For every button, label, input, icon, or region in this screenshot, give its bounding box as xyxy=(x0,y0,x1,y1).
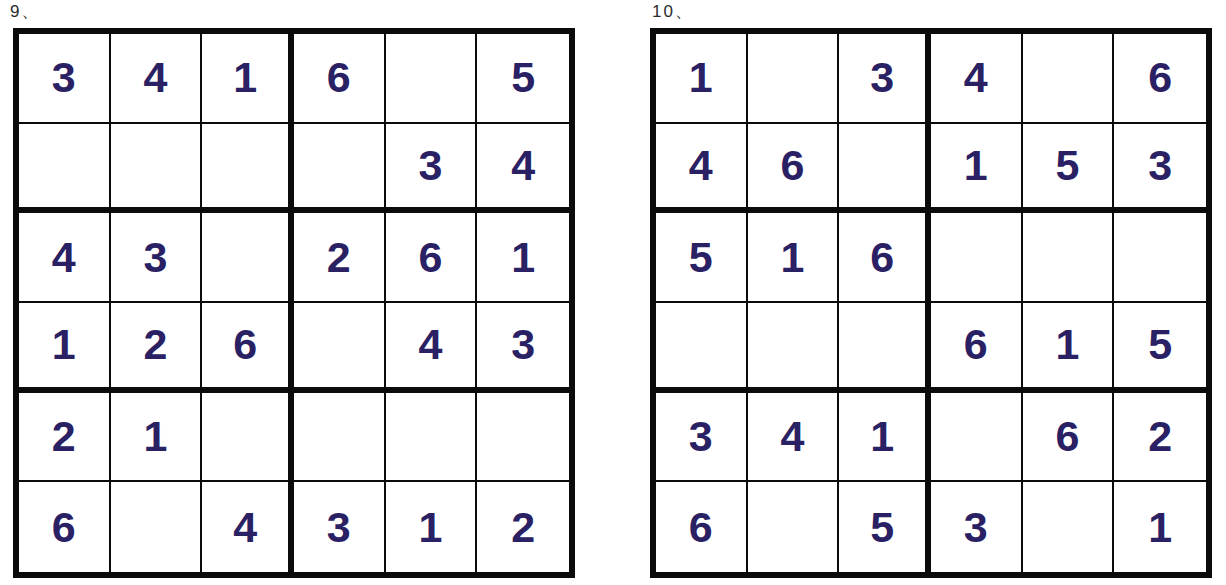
cell-r6c2[interactable] xyxy=(111,482,203,572)
cell-r3c3[interactable] xyxy=(202,213,294,303)
cell-r1c5[interactable] xyxy=(1023,34,1115,124)
cell-r1c3[interactable]: 3 xyxy=(839,34,931,124)
puzzle-10: 10、 134646153516615341626531 xyxy=(650,0,1212,578)
cell-r1c6[interactable]: 5 xyxy=(477,34,569,124)
cell-r5c3[interactable] xyxy=(202,393,294,483)
cell-r6c1[interactable]: 6 xyxy=(19,482,111,572)
cell-r2c2[interactable] xyxy=(111,124,203,214)
cell-r5c2[interactable]: 1 xyxy=(111,393,203,483)
cell-r1c5[interactable] xyxy=(386,34,478,124)
cell-r2c2[interactable]: 6 xyxy=(748,124,840,214)
cell-r5c1[interactable]: 2 xyxy=(19,393,111,483)
cell-r4c4[interactable]: 6 xyxy=(931,303,1023,393)
cell-r3c3[interactable]: 6 xyxy=(839,213,931,303)
puzzle-9: 9、 341653443261126432164312 xyxy=(8,0,575,578)
cell-r5c3[interactable]: 1 xyxy=(839,393,931,483)
cell-r2c1[interactable]: 4 xyxy=(656,124,748,214)
cell-r1c2[interactable]: 4 xyxy=(111,34,203,124)
cell-r4c4[interactable] xyxy=(294,303,386,393)
cell-r2c5[interactable]: 5 xyxy=(1023,124,1115,214)
cell-r4c6[interactable]: 3 xyxy=(477,303,569,393)
cell-r4c6[interactable]: 5 xyxy=(1114,303,1206,393)
cell-r1c4[interactable]: 6 xyxy=(294,34,386,124)
cell-r3c6[interactable]: 1 xyxy=(477,213,569,303)
cell-r5c5[interactable] xyxy=(386,393,478,483)
cell-r6c2[interactable] xyxy=(748,482,840,572)
cell-r5c6[interactable] xyxy=(477,393,569,483)
cell-r4c5[interactable]: 4 xyxy=(386,303,478,393)
cell-r3c1[interactable]: 4 xyxy=(19,213,111,303)
cell-r4c2[interactable] xyxy=(748,303,840,393)
cell-r1c2[interactable] xyxy=(748,34,840,124)
cell-r6c3[interactable]: 5 xyxy=(839,482,931,572)
cell-r5c1[interactable]: 3 xyxy=(656,393,748,483)
cell-r1c1[interactable]: 3 xyxy=(19,34,111,124)
cell-r4c1[interactable] xyxy=(656,303,748,393)
cell-r3c6[interactable] xyxy=(1114,213,1206,303)
cell-r4c3[interactable] xyxy=(839,303,931,393)
cell-r4c5[interactable]: 1 xyxy=(1023,303,1115,393)
cell-r2c3[interactable] xyxy=(839,124,931,214)
cell-r3c5[interactable] xyxy=(1023,213,1115,303)
puzzle-9-label: 9、 xyxy=(8,0,575,24)
cell-r5c6[interactable]: 2 xyxy=(1114,393,1206,483)
cell-r6c5[interactable]: 1 xyxy=(386,482,478,572)
cell-r2c6[interactable]: 3 xyxy=(1114,124,1206,214)
cell-r6c3[interactable]: 4 xyxy=(202,482,294,572)
cell-r2c5[interactable]: 3 xyxy=(386,124,478,214)
cell-r4c3[interactable]: 6 xyxy=(202,303,294,393)
cell-r6c6[interactable]: 1 xyxy=(1114,482,1206,572)
cell-r6c5[interactable] xyxy=(1023,482,1115,572)
cell-r6c1[interactable]: 6 xyxy=(656,482,748,572)
cell-r6c6[interactable]: 2 xyxy=(477,482,569,572)
cell-r1c1[interactable]: 1 xyxy=(656,34,748,124)
board-9: 341653443261126432164312 xyxy=(13,28,575,578)
cell-r4c2[interactable]: 2 xyxy=(111,303,203,393)
cell-r5c4[interactable] xyxy=(931,393,1023,483)
cell-r1c6[interactable]: 6 xyxy=(1114,34,1206,124)
cell-r1c3[interactable]: 1 xyxy=(202,34,294,124)
cell-r3c4[interactable]: 2 xyxy=(294,213,386,303)
cell-r5c5[interactable]: 6 xyxy=(1023,393,1115,483)
cell-r6c4[interactable]: 3 xyxy=(294,482,386,572)
cell-r1c4[interactable]: 4 xyxy=(931,34,1023,124)
cell-r3c4[interactable] xyxy=(931,213,1023,303)
board-10: 134646153516615341626531 xyxy=(650,28,1212,578)
cell-r3c1[interactable]: 5 xyxy=(656,213,748,303)
cell-r2c6[interactable]: 4 xyxy=(477,124,569,214)
worksheet-page: 9、 341653443261126432164312 10、 13464615… xyxy=(0,0,1226,585)
cell-r4c1[interactable]: 1 xyxy=(19,303,111,393)
cell-r2c4[interactable]: 1 xyxy=(931,124,1023,214)
cell-r3c2[interactable]: 3 xyxy=(111,213,203,303)
cell-r2c3[interactable] xyxy=(202,124,294,214)
cell-r2c1[interactable] xyxy=(19,124,111,214)
cell-r3c5[interactable]: 6 xyxy=(386,213,478,303)
cell-r6c4[interactable]: 3 xyxy=(931,482,1023,572)
cell-r3c2[interactable]: 1 xyxy=(748,213,840,303)
cell-r5c2[interactable]: 4 xyxy=(748,393,840,483)
cell-r5c4[interactable] xyxy=(294,393,386,483)
puzzle-10-label: 10、 xyxy=(650,0,1212,24)
cell-r2c4[interactable] xyxy=(294,124,386,214)
